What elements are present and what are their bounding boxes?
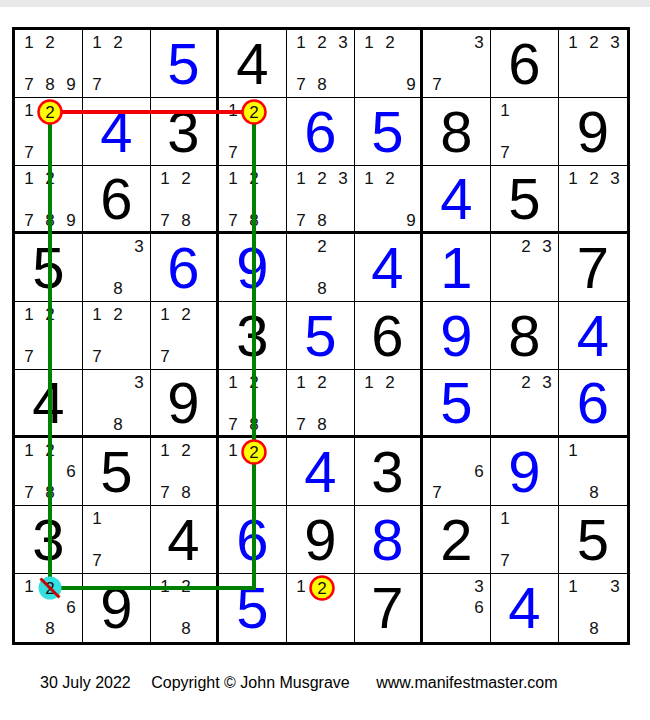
cell-r8c8[interactable]: 17	[491, 506, 559, 574]
cell-r1c9[interactable]: 123	[559, 30, 627, 98]
candidate-8: 8	[176, 210, 196, 232]
cell-r1c1[interactable]: 12789	[15, 30, 83, 98]
candidate-1: 1	[563, 576, 583, 598]
cell-r5c8[interactable]: 8	[491, 302, 559, 370]
given-digit: 7	[559, 234, 627, 301]
candidate-2: 2	[244, 372, 264, 394]
cell-r1c4[interactable]: 4	[219, 30, 287, 98]
cell-r4c3[interactable]: 6	[151, 234, 219, 302]
solved-digit: 9	[491, 438, 558, 505]
cell-r3c5[interactable]: 12378	[287, 166, 355, 234]
candidate-8: 8	[584, 618, 604, 640]
given-digit: 4	[219, 30, 286, 97]
candidate-1: 1	[155, 576, 175, 598]
candidate-2: 2	[244, 168, 264, 190]
solved-digit: 4	[423, 166, 490, 231]
candidate-7: 7	[87, 74, 107, 96]
candidate-2: 2	[516, 372, 536, 394]
candidate-7: 7	[19, 210, 39, 232]
candidate-9: 9	[401, 74, 421, 96]
candidate-1: 1	[223, 168, 243, 190]
cell-r2c8[interactable]: 17	[491, 98, 559, 166]
cell-r3c1[interactable]: 12789	[15, 166, 83, 234]
candidate-8: 8	[312, 278, 332, 300]
candidate-1: 1	[155, 304, 175, 326]
candidate-3: 3	[537, 372, 557, 394]
candidate-7: 7	[19, 74, 39, 96]
cell-r5c9[interactable]: 4	[559, 302, 627, 370]
candidate-1: 1	[155, 440, 175, 462]
given-digit: 7	[355, 574, 420, 642]
candidate-3: 3	[537, 236, 557, 258]
cell-r8c4[interactable]: 6	[219, 506, 287, 574]
given-digit: 6	[491, 30, 558, 97]
solved-digit: 6	[219, 506, 286, 573]
cell-r5c5[interactable]: 5	[287, 302, 355, 370]
solved-digit: 1	[423, 234, 490, 301]
cell-r8c1[interactable]: 3	[15, 506, 83, 574]
solved-digit: 5	[287, 302, 354, 369]
cell-r5c7[interactable]: 9	[423, 302, 491, 370]
candidate-3: 3	[333, 32, 353, 54]
candidate-2: 2	[312, 168, 332, 190]
candidate-6: 6	[61, 461, 81, 483]
candidate-1: 1	[19, 100, 39, 122]
candidate-3: 3	[129, 372, 149, 394]
candidate-2: 2	[380, 168, 400, 190]
cell-r6c6[interactable]: 12	[355, 370, 423, 438]
candidate-1: 1	[291, 168, 311, 190]
given-digit: 4	[151, 506, 216, 573]
solved-digit: 6	[559, 370, 627, 435]
candidate-1: 1	[563, 168, 583, 190]
candidate-2: 2	[380, 372, 400, 394]
solved-digit: 4	[355, 234, 420, 301]
cell-r2c7[interactable]: 8	[423, 98, 491, 166]
cell-r4c2[interactable]: 38	[83, 234, 151, 302]
given-digit: 6	[83, 166, 150, 231]
candidate-8: 8	[40, 482, 60, 504]
cell-r4c6[interactable]: 4	[355, 234, 423, 302]
solved-digit: 9	[219, 234, 286, 301]
footer-website: www.manifestmaster.com	[376, 674, 557, 691]
cell-r3c7[interactable]: 4	[423, 166, 491, 234]
cell-r2c6[interactable]: 5	[355, 98, 423, 166]
candidate-2: 2	[380, 32, 400, 54]
cell-r2c4[interactable]: 127	[219, 98, 287, 166]
candidate-7: 7	[155, 482, 175, 504]
cell-r7c9[interactable]: 18	[559, 438, 627, 506]
candidate-1: 1	[495, 100, 515, 122]
candidate-1: 1	[359, 32, 379, 54]
candidate-8: 8	[40, 210, 60, 232]
candidate-2: 2	[176, 304, 196, 326]
candidate-1: 1	[87, 32, 107, 54]
cell-r6c7[interactable]: 5	[423, 370, 491, 438]
cell-r8c3[interactable]: 4	[151, 506, 219, 574]
given-digit: 8	[423, 98, 490, 165]
candidate-6: 6	[61, 597, 81, 619]
cell-r7c2[interactable]: 5	[83, 438, 151, 506]
cell-r6c3[interactable]: 9	[151, 370, 219, 438]
cell-r7c4[interactable]: 12	[219, 438, 287, 506]
cell-r7c7[interactable]: 67	[423, 438, 491, 506]
candidate-8: 8	[40, 74, 60, 96]
candidate-1: 1	[223, 372, 243, 394]
cell-r9c2[interactable]: 9	[83, 574, 151, 642]
candidate-7: 7	[427, 74, 447, 96]
candidate-7: 7	[19, 142, 39, 164]
cell-r3c6[interactable]: 129	[355, 166, 423, 234]
footer-date: 30 July 2022	[40, 674, 131, 691]
candidate-7: 7	[495, 550, 515, 572]
cell-r4c1[interactable]: 5	[15, 234, 83, 302]
cell-r2c9[interactable]: 9	[559, 98, 627, 166]
candidate-3: 3	[469, 576, 489, 598]
candidate-2: 2	[176, 576, 196, 598]
given-digit: 5	[15, 234, 82, 301]
candidate-8: 8	[312, 210, 332, 232]
given-digit: 8	[491, 302, 558, 369]
candidate-2: 2	[108, 304, 128, 326]
cell-r2c1[interactable]: 127	[15, 98, 83, 166]
candidate-8: 8	[40, 618, 60, 640]
given-digit: 9	[151, 370, 216, 435]
solved-digit: 6	[151, 234, 216, 301]
candidate-8: 8	[176, 482, 196, 504]
cell-r8c9[interactable]: 5	[559, 506, 627, 574]
solved-digit: 5	[219, 574, 286, 642]
cell-r9c3[interactable]: 128	[151, 574, 219, 642]
cell-r6c8[interactable]: 23	[491, 370, 559, 438]
cell-r5c1[interactable]: 127	[15, 302, 83, 370]
cell-r2c5[interactable]: 6	[287, 98, 355, 166]
cell-r9c9[interactable]: 138	[559, 574, 627, 642]
footer: 30 July 2022 Copyright © John Musgrave w…	[40, 674, 558, 692]
cell-r1c7[interactable]: 37	[423, 30, 491, 98]
candidate-1: 1	[563, 440, 583, 462]
candidate-2: 2	[176, 168, 196, 190]
candidate-1: 1	[223, 100, 243, 122]
cell-r9c4[interactable]: 5	[219, 574, 287, 642]
cell-r4c9[interactable]: 7	[559, 234, 627, 302]
candidate-1: 1	[291, 32, 311, 54]
candidate-1: 1	[359, 372, 379, 394]
candidate-7: 7	[223, 414, 243, 436]
candidate-7: 7	[427, 482, 447, 504]
given-digit: 9	[287, 506, 354, 573]
candidate-3: 3	[605, 32, 625, 54]
given-digit: 4	[15, 370, 82, 435]
cell-r3c9[interactable]: 123	[559, 166, 627, 234]
cell-r3c4[interactable]: 1278	[219, 166, 287, 234]
candidate-7: 7	[19, 482, 39, 504]
candidate-7: 7	[223, 142, 243, 164]
cell-r7c3[interactable]: 1278	[151, 438, 219, 506]
given-digit: 9	[83, 574, 150, 642]
given-digit: 2	[423, 506, 490, 573]
candidate-2: 2	[312, 372, 332, 394]
cell-r1c2[interactable]: 127	[83, 30, 151, 98]
cell-r6c1[interactable]: 4	[15, 370, 83, 438]
candidate-7: 7	[495, 142, 515, 164]
candidate-1: 1	[19, 32, 39, 54]
solved-digit: 9	[423, 302, 490, 369]
candidate-2: 2	[584, 32, 604, 54]
cell-r4c8[interactable]: 23	[491, 234, 559, 302]
candidate-1: 1	[359, 168, 379, 190]
given-digit: 5	[559, 506, 627, 573]
cell-r6c9[interactable]: 6	[559, 370, 627, 438]
candidate-1: 1	[19, 304, 39, 326]
candidate-6: 6	[469, 461, 489, 483]
solved-digit: 8	[355, 506, 420, 573]
solved-digit: 4	[491, 574, 558, 642]
cell-r2c2[interactable]: 4	[83, 98, 151, 166]
cell-r9c5[interactable]: 12	[287, 574, 355, 642]
cell-r6c5[interactable]: 1278	[287, 370, 355, 438]
given-digit: 5	[83, 438, 150, 505]
cell-r8c6[interactable]: 8	[355, 506, 423, 574]
cell-r1c6[interactable]: 129	[355, 30, 423, 98]
candidate-2: 2	[40, 440, 60, 462]
candidate-2: 2	[40, 168, 60, 190]
candidate-7: 7	[19, 346, 39, 368]
cell-r4c5[interactable]: 28	[287, 234, 355, 302]
candidate-7: 7	[87, 550, 107, 572]
candidate-2: 2	[312, 236, 332, 258]
candidate-3: 3	[469, 32, 489, 54]
solved-digit: 4	[287, 438, 354, 505]
cell-r4c7[interactable]: 1	[423, 234, 491, 302]
cell-r6c2[interactable]: 38	[83, 370, 151, 438]
candidate-3: 3	[605, 168, 625, 190]
candidate-3: 3	[605, 576, 625, 598]
candidate-8: 8	[584, 482, 604, 504]
cell-r8c5[interactable]: 9	[287, 506, 355, 574]
cell-r8c2[interactable]: 17	[83, 506, 151, 574]
cell-r9c7[interactable]: 36	[423, 574, 491, 642]
candidate-9: 9	[61, 74, 81, 96]
solved-digit: 4	[559, 302, 627, 369]
candidate-2: 2	[40, 32, 60, 54]
candidate-1: 1	[19, 440, 39, 462]
candidate-2: 2	[40, 304, 60, 326]
solved-digit: 5	[151, 30, 216, 97]
cell-r3c8[interactable]: 5	[491, 166, 559, 234]
candidate-8: 8	[108, 278, 128, 300]
cell-r7c1[interactable]: 12678	[15, 438, 83, 506]
candidate-3: 3	[129, 236, 149, 258]
candidate-2: 2	[516, 236, 536, 258]
cell-r5c2[interactable]: 127	[83, 302, 151, 370]
given-digit: 9	[559, 98, 627, 165]
given-digit: 6	[355, 302, 420, 369]
cell-r4c4[interactable]: 9	[219, 234, 287, 302]
cell-r5c4[interactable]: 3	[219, 302, 287, 370]
cell-r9c6[interactable]: 7	[355, 574, 423, 642]
footer-copyright: Copyright © John Musgrave	[151, 674, 350, 691]
candidate-7: 7	[291, 210, 311, 232]
candidate-2: 2	[244, 440, 264, 462]
candidate-3: 3	[333, 168, 353, 190]
cell-r5c3[interactable]: 127	[151, 302, 219, 370]
candidate-7: 7	[291, 74, 311, 96]
given-digit: 3	[355, 438, 420, 505]
solved-digit: 4	[83, 98, 150, 165]
cell-r7c8[interactable]: 9	[491, 438, 559, 506]
candidate-7: 7	[291, 414, 311, 436]
cell-r7c6[interactable]: 3	[355, 438, 423, 506]
candidate-8: 8	[312, 414, 332, 436]
cell-r9c8[interactable]: 4	[491, 574, 559, 642]
candidate-2: 2	[584, 168, 604, 190]
candidate-1: 1	[495, 508, 515, 530]
candidate-6: 6	[469, 597, 489, 619]
candidate-1: 1	[563, 32, 583, 54]
candidate-1: 1	[19, 576, 39, 598]
candidate-7: 7	[223, 210, 243, 232]
cell-r2c3[interactable]: 3	[151, 98, 219, 166]
candidate-1: 1	[87, 508, 107, 530]
candidate-8: 8	[312, 74, 332, 96]
candidate-2: 2	[108, 32, 128, 54]
cell-r3c3[interactable]: 1278	[151, 166, 219, 234]
cell-r5c6[interactable]: 6	[355, 302, 423, 370]
candidate-1: 1	[19, 168, 39, 190]
cell-r9c1[interactable]: 1268	[15, 574, 83, 642]
candidate-9: 9	[401, 210, 421, 232]
candidate-2: 2	[312, 32, 332, 54]
candidate-2: 2	[312, 576, 332, 598]
solved-digit: 5	[355, 98, 420, 165]
cell-r1c5[interactable]: 12378	[287, 30, 355, 98]
candidate-1: 1	[155, 168, 175, 190]
candidate-1: 1	[87, 304, 107, 326]
sudoku-board: 1278912754123781293761231274312765817912…	[12, 27, 630, 645]
candidate-8: 8	[108, 414, 128, 436]
candidate-2: 2	[40, 576, 60, 598]
candidate-7: 7	[155, 210, 175, 232]
cell-r7c5[interactable]: 4	[287, 438, 355, 506]
candidate-1: 1	[223, 440, 243, 462]
candidate-8: 8	[176, 618, 196, 640]
cell-r8c7[interactable]: 2	[423, 506, 491, 574]
candidate-8: 8	[244, 210, 264, 232]
top-gray-band	[0, 0, 650, 7]
candidate-2: 2	[176, 440, 196, 462]
cell-r6c4[interactable]: 1278	[219, 370, 287, 438]
given-digit: 5	[491, 166, 558, 231]
given-digit: 3	[15, 506, 82, 573]
candidate-1: 1	[291, 576, 311, 598]
given-digit: 3	[151, 98, 216, 165]
solved-digit: 5	[423, 370, 490, 435]
candidate-2: 2	[40, 100, 60, 122]
cell-r1c8[interactable]: 6	[491, 30, 559, 98]
candidate-2: 2	[244, 100, 264, 122]
candidate-1: 1	[291, 372, 311, 394]
given-digit: 3	[219, 302, 286, 369]
candidate-8: 8	[244, 414, 264, 436]
cell-r1c3[interactable]: 5	[151, 30, 219, 98]
candidate-9: 9	[61, 210, 81, 232]
solved-digit: 6	[287, 98, 354, 165]
cell-r3c2[interactable]: 6	[83, 166, 151, 234]
candidate-7: 7	[155, 346, 175, 368]
candidate-7: 7	[87, 346, 107, 368]
